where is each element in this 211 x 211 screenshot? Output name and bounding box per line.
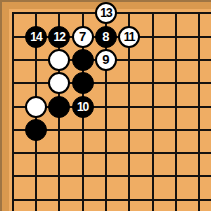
black-stone-move-14: 14 bbox=[25, 26, 47, 48]
white-stone-move-7: 7 bbox=[72, 26, 94, 48]
grid-line-horizontal bbox=[12, 82, 211, 84]
black-stone bbox=[48, 96, 70, 118]
go-board-diagram: 1314127811910 bbox=[0, 0, 211, 211]
white-stone-move-9: 9 bbox=[95, 49, 117, 71]
board-left-outer-edge bbox=[0, 0, 2, 211]
grid-line-horizontal bbox=[12, 175, 211, 177]
grid-line-vertical bbox=[12, 12, 14, 211]
black-stone bbox=[25, 119, 47, 141]
white-stone-move-11: 11 bbox=[118, 26, 140, 48]
black-stone-move-8: 8 bbox=[95, 26, 117, 48]
move-number-label: 11 bbox=[124, 31, 135, 43]
grid-line-vertical bbox=[175, 12, 177, 211]
move-number-label: 10 bbox=[77, 101, 88, 113]
move-number-label: 9 bbox=[102, 53, 109, 66]
grid-line-horizontal bbox=[12, 199, 211, 201]
black-stone bbox=[72, 72, 94, 94]
white-stone bbox=[48, 72, 70, 94]
move-number-label: 8 bbox=[102, 30, 109, 43]
black-stone-move-12: 12 bbox=[48, 26, 70, 48]
grid-line-vertical bbox=[198, 12, 200, 211]
move-number-label: 13 bbox=[100, 7, 111, 19]
move-number-label: 7 bbox=[79, 30, 86, 43]
black-stone-move-10: 10 bbox=[72, 96, 94, 118]
white-stone bbox=[48, 49, 70, 71]
black-stone bbox=[72, 49, 94, 71]
white-stone bbox=[25, 96, 47, 118]
grid-line-horizontal bbox=[12, 152, 211, 154]
grid-line-vertical bbox=[152, 12, 154, 211]
move-number-label: 14 bbox=[30, 31, 41, 43]
white-stone-move-13: 13 bbox=[95, 2, 117, 24]
move-number-label: 12 bbox=[54, 31, 65, 43]
